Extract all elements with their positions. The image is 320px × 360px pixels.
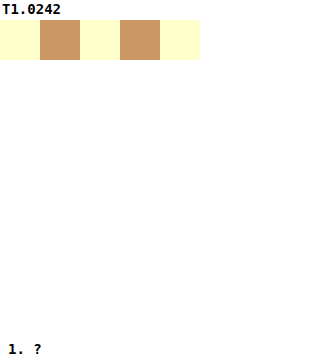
square-e8[interactable]: [160, 20, 200, 60]
square-b8[interactable]: [40, 20, 80, 60]
chess-board: [0, 20, 320, 340]
square-c8[interactable]: [80, 20, 120, 60]
puzzle-id: T1.0242: [0, 0, 320, 20]
chess-puzzle-app: T1.0242 1. ?: [0, 0, 320, 360]
square-a8[interactable]: [0, 20, 40, 60]
square-d8[interactable]: [120, 20, 160, 60]
move-prompt: 1. ?: [0, 340, 320, 360]
